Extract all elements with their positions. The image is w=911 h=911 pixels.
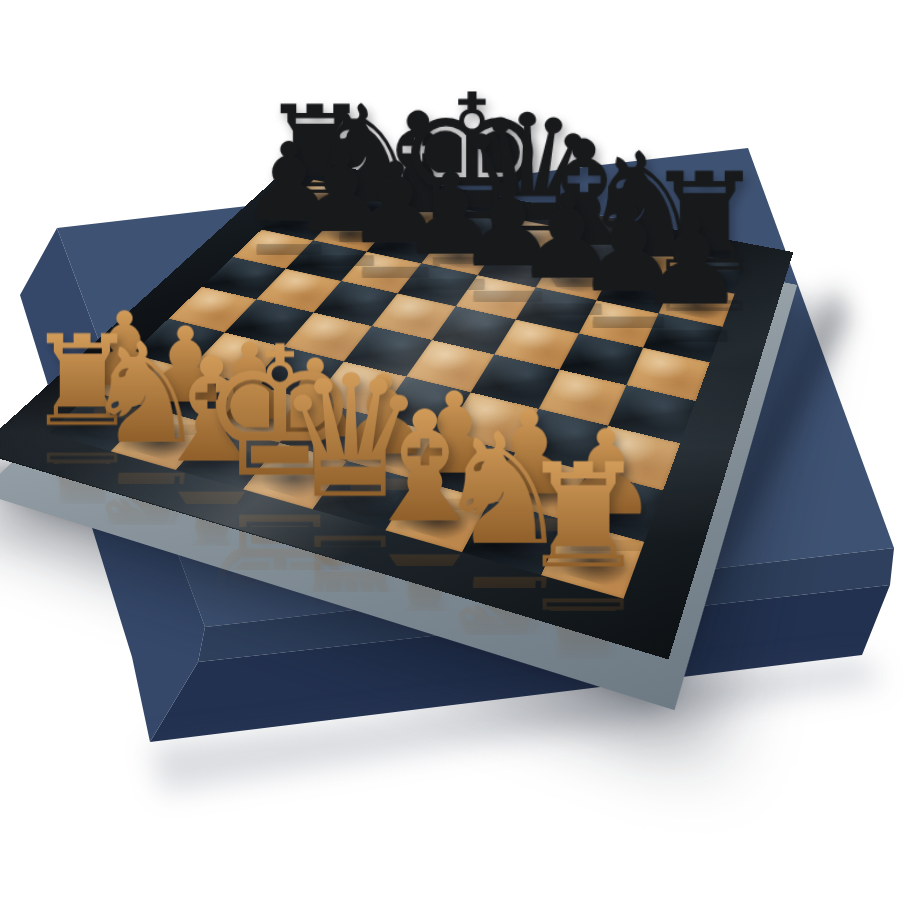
square-h6 [643,313,723,362]
piece-black-pawn-h7: ♟ [637,206,746,318]
square-h1: ♜ [541,520,645,599]
product-photo: ♜♞♝♚♛♝♞♜♟♟♟♟♟♟♟♟♟♟♟♟♟♟♟♟♜♞♝♚♛♝♞♜ [0,0,911,911]
square-h5 [626,348,710,402]
piece-white-rook-h1: ♜ [518,450,647,583]
